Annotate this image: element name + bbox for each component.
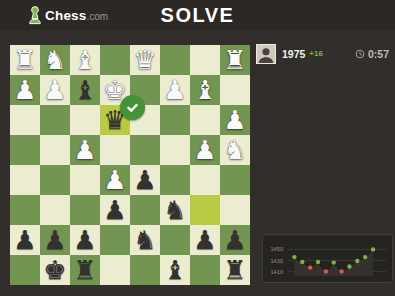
white-pawn: ♟ bbox=[73, 135, 96, 165]
chess-board: ♜♞♝♛♜♟♟♝♚♟♝♛♟♟♟♞♟♟♟♞♟♟♟♞♟♟♚♜♝♜ bbox=[10, 45, 250, 285]
square-e5[interactable]: ♟ bbox=[100, 165, 130, 195]
black-bishop: ♝ bbox=[73, 75, 96, 105]
square-f2[interactable]: ♝ bbox=[70, 75, 100, 105]
square-d4[interactable] bbox=[130, 135, 160, 165]
square-d7[interactable]: ♞ bbox=[130, 225, 160, 255]
ytick-1430: 1430 bbox=[270, 258, 283, 264]
page-title: SOLVE bbox=[161, 4, 235, 27]
rating-point-7-loss bbox=[339, 269, 343, 273]
square-b6[interactable] bbox=[190, 195, 220, 225]
square-c5[interactable] bbox=[160, 165, 190, 195]
user-rating: 1975 bbox=[282, 48, 305, 60]
rating-point-9-win bbox=[355, 259, 359, 263]
rating-point-11-win bbox=[371, 247, 375, 251]
square-h4[interactable] bbox=[10, 135, 40, 165]
square-h2[interactable]: ♟ bbox=[10, 75, 40, 105]
white-pawn: ♟ bbox=[193, 135, 216, 165]
square-a8[interactable]: ♜ bbox=[220, 255, 250, 285]
square-b3[interactable] bbox=[190, 105, 220, 135]
square-d2[interactable] bbox=[130, 75, 160, 105]
chesscom-logo[interactable]: Chess .com bbox=[27, 0, 108, 30]
white-knight: ♞ bbox=[223, 135, 246, 165]
black-bishop: ♝ bbox=[163, 255, 186, 285]
square-e2[interactable]: ♚ bbox=[100, 75, 130, 105]
square-g1[interactable]: ♞ bbox=[40, 45, 70, 75]
square-f8[interactable]: ♜ bbox=[70, 255, 100, 285]
square-f4[interactable]: ♟ bbox=[70, 135, 100, 165]
rating-point-10-win bbox=[363, 255, 367, 259]
white-pawn: ♟ bbox=[43, 75, 66, 105]
square-g7[interactable]: ♟ bbox=[40, 225, 70, 255]
square-f3[interactable] bbox=[70, 105, 100, 135]
rating-point-1-win bbox=[292, 255, 296, 259]
black-pawn: ♟ bbox=[223, 225, 246, 255]
square-g8[interactable]: ♚ bbox=[40, 255, 70, 285]
white-pawn: ♟ bbox=[163, 75, 186, 105]
square-b2[interactable]: ♝ bbox=[190, 75, 220, 105]
white-king: ♚ bbox=[103, 75, 126, 105]
black-knight: ♞ bbox=[163, 195, 186, 225]
square-g4[interactable] bbox=[40, 135, 70, 165]
square-a6[interactable] bbox=[220, 195, 250, 225]
white-knight: ♞ bbox=[43, 45, 66, 75]
square-b4[interactable]: ♟ bbox=[190, 135, 220, 165]
black-queen: ♛ bbox=[103, 105, 126, 135]
rating-delta: +16 bbox=[309, 49, 323, 58]
rating-point-8-win bbox=[347, 264, 351, 268]
square-b1[interactable] bbox=[190, 45, 220, 75]
black-knight: ♞ bbox=[133, 225, 156, 255]
square-a3[interactable]: ♟ bbox=[220, 105, 250, 135]
square-b7[interactable]: ♟ bbox=[190, 225, 220, 255]
square-h1[interactable]: ♜ bbox=[10, 45, 40, 75]
square-f6[interactable] bbox=[70, 195, 100, 225]
rating-chart-panel: 145014301410 bbox=[262, 234, 393, 283]
white-bishop: ♝ bbox=[193, 75, 216, 105]
square-c3[interactable] bbox=[160, 105, 190, 135]
timer-panel: 0:57 bbox=[355, 44, 389, 64]
ytick-1450: 1450 bbox=[270, 246, 283, 252]
square-b5[interactable] bbox=[190, 165, 220, 195]
square-h6[interactable] bbox=[10, 195, 40, 225]
square-f7[interactable]: ♟ bbox=[70, 225, 100, 255]
square-e7[interactable] bbox=[100, 225, 130, 255]
header: Chess .com SOLVE bbox=[0, 0, 395, 30]
clock-icon bbox=[355, 49, 365, 59]
black-pawn: ♟ bbox=[13, 225, 36, 255]
square-c4[interactable] bbox=[160, 135, 190, 165]
square-d5[interactable]: ♟ bbox=[130, 165, 160, 195]
logo-text-com: .com bbox=[87, 11, 109, 22]
square-a1[interactable]: ♜ bbox=[220, 45, 250, 75]
rating-point-2-win bbox=[300, 260, 304, 264]
black-pawn: ♟ bbox=[133, 165, 156, 195]
black-pawn: ♟ bbox=[103, 195, 126, 225]
rating-point-4-win bbox=[316, 260, 320, 264]
square-c6[interactable]: ♞ bbox=[160, 195, 190, 225]
black-rook: ♜ bbox=[223, 255, 246, 285]
square-a4[interactable]: ♞ bbox=[220, 135, 250, 165]
square-e8[interactable] bbox=[100, 255, 130, 285]
square-b8[interactable] bbox=[190, 255, 220, 285]
ytick-1410: 1410 bbox=[270, 269, 283, 275]
rating-chart: 145014301410 bbox=[263, 235, 392, 282]
square-h5[interactable] bbox=[10, 165, 40, 195]
square-c8[interactable]: ♝ bbox=[160, 255, 190, 285]
puzzle-timer: 0:57 bbox=[368, 48, 389, 60]
rating-point-6-win bbox=[332, 260, 336, 264]
square-h8[interactable] bbox=[10, 255, 40, 285]
rating-point-3-loss bbox=[308, 265, 312, 269]
black-pawn: ♟ bbox=[73, 225, 96, 255]
user-avatar-image bbox=[257, 45, 275, 63]
square-c2[interactable]: ♟ bbox=[160, 75, 190, 105]
square-g2[interactable]: ♟ bbox=[40, 75, 70, 105]
user-avatar[interactable] bbox=[256, 44, 276, 64]
square-g6[interactable] bbox=[40, 195, 70, 225]
white-bishop: ♝ bbox=[73, 45, 96, 75]
square-f1[interactable]: ♝ bbox=[70, 45, 100, 75]
square-e1[interactable] bbox=[100, 45, 130, 75]
user-panel: 1975 +16 bbox=[256, 44, 323, 64]
logo-text-chess: Chess bbox=[45, 8, 87, 23]
square-f5[interactable] bbox=[70, 165, 100, 195]
pawn-logo-icon bbox=[27, 5, 43, 25]
square-d6[interactable] bbox=[130, 195, 160, 225]
white-pawn: ♟ bbox=[13, 75, 36, 105]
square-a7[interactable]: ♟ bbox=[220, 225, 250, 255]
square-h3[interactable] bbox=[10, 105, 40, 135]
square-e4[interactable] bbox=[100, 135, 130, 165]
square-c1[interactable] bbox=[160, 45, 190, 75]
rating-point-5-loss bbox=[324, 269, 328, 273]
square-e3[interactable]: ♛ bbox=[100, 105, 130, 135]
square-a5[interactable] bbox=[220, 165, 250, 195]
square-d1[interactable]: ♛ bbox=[130, 45, 160, 75]
square-g5[interactable] bbox=[40, 165, 70, 195]
black-rook: ♜ bbox=[73, 255, 96, 285]
square-d8[interactable] bbox=[130, 255, 160, 285]
white-rook: ♜ bbox=[13, 45, 36, 75]
black-pawn: ♟ bbox=[193, 225, 216, 255]
square-g3[interactable] bbox=[40, 105, 70, 135]
white-queen: ♛ bbox=[133, 45, 156, 75]
white-pawn: ♟ bbox=[223, 105, 246, 135]
square-a2[interactable] bbox=[220, 75, 250, 105]
white-rook: ♜ bbox=[223, 45, 246, 75]
square-d3[interactable] bbox=[130, 105, 160, 135]
black-pawn: ♟ bbox=[43, 225, 66, 255]
square-c7[interactable] bbox=[160, 225, 190, 255]
square-h7[interactable]: ♟ bbox=[10, 225, 40, 255]
black-king: ♚ bbox=[43, 255, 66, 285]
white-pawn: ♟ bbox=[103, 165, 126, 195]
square-e6[interactable]: ♟ bbox=[100, 195, 130, 225]
